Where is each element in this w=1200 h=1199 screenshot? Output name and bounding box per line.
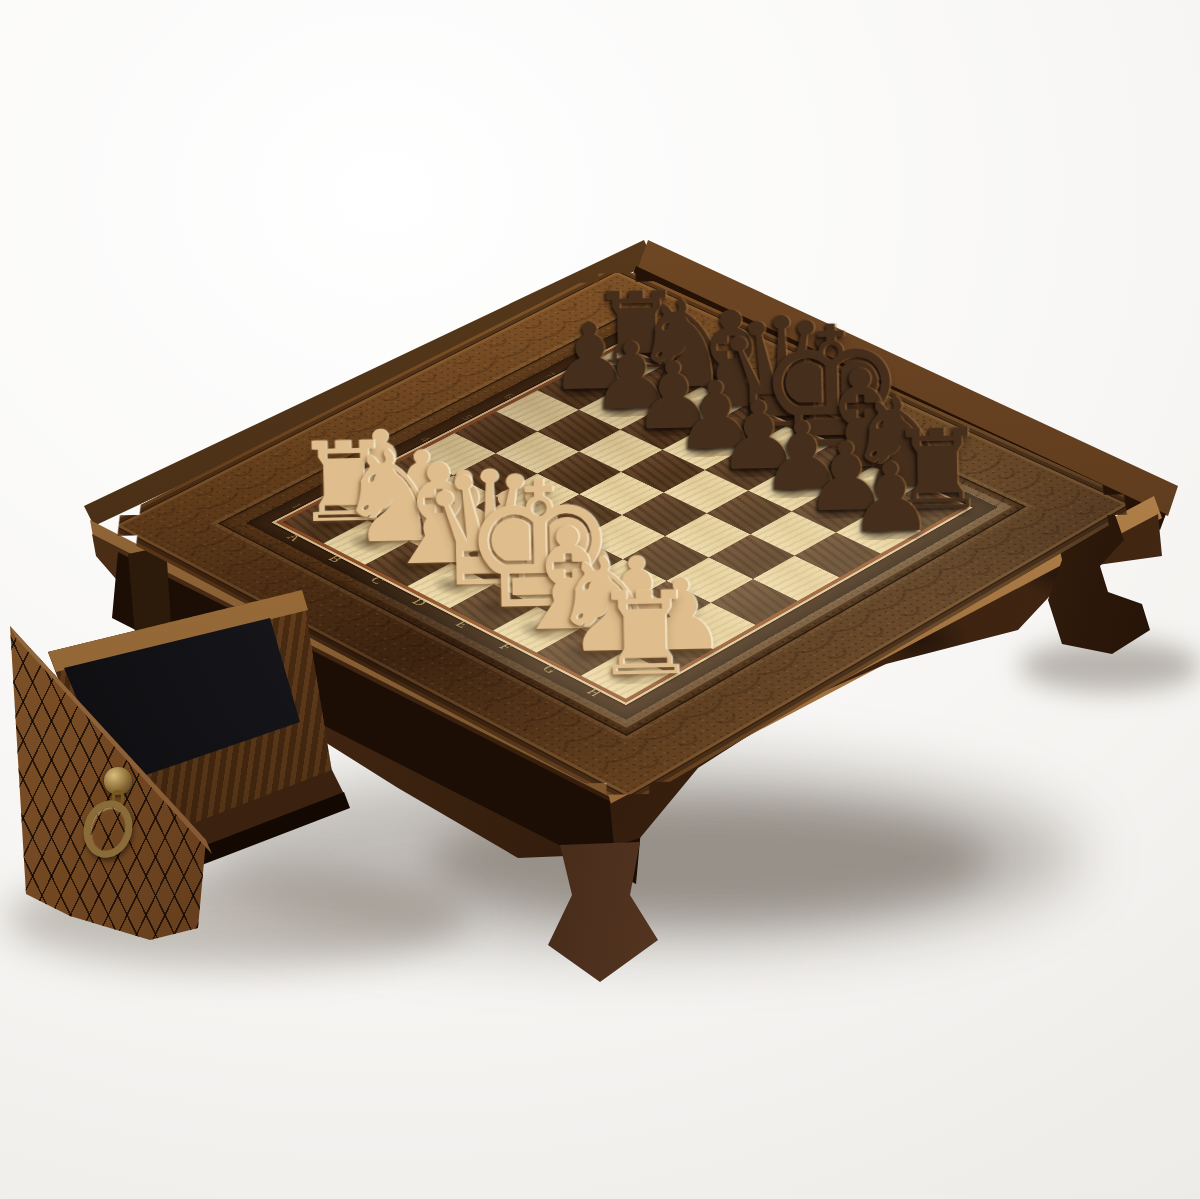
product-photo-stage: ♜♞♝♛♚♝♞♜♟♟♟♟♟♟♟♟♟♟♟♟♟♟♟♟♜♞♝♛♚♝♞♜ ABCDEFG… [0, 0, 1200, 1199]
black-pawn-h7[interactable]: ♟ [847, 450, 909, 547]
white-rook-h1[interactable]: ♜ [592, 576, 657, 692]
